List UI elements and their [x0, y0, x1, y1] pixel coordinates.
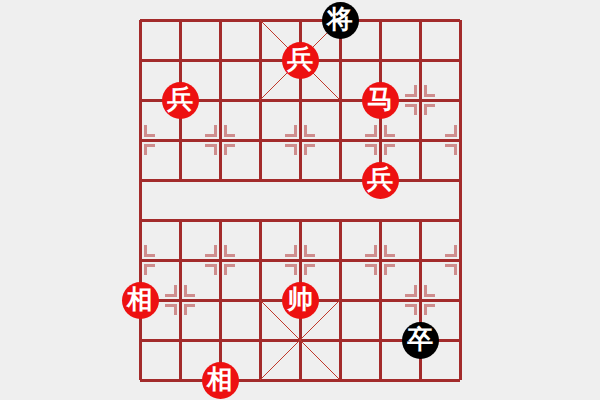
- piece-black-soldier[interactable]: 卒: [400, 320, 440, 360]
- piece-red-horse[interactable]: 马: [360, 80, 400, 120]
- xiangqi-board-screenshot: 将兵兵马兵相帅卒相: [0, 0, 600, 400]
- piece-red-soldier[interactable]: 兵: [160, 80, 200, 120]
- piece-glyph: 卒: [402, 322, 439, 359]
- piece-glyph: 相: [122, 282, 159, 319]
- piece-glyph: 帅: [282, 282, 319, 319]
- piece-red-elephant[interactable]: 相: [120, 280, 160, 320]
- piece-glyph: 兵: [162, 82, 199, 119]
- piece-glyph: 将: [322, 2, 359, 39]
- piece-black-general[interactable]: 将: [320, 0, 360, 40]
- piece-red-elephant[interactable]: 相: [200, 360, 240, 400]
- piece-glyph: 兵: [282, 42, 319, 79]
- piece-red-soldier[interactable]: 兵: [360, 160, 400, 200]
- piece-red-soldier[interactable]: 兵: [280, 40, 320, 80]
- piece-glyph: 马: [362, 82, 399, 119]
- piece-red-general[interactable]: 帅: [280, 280, 320, 320]
- piece-glyph: 相: [202, 362, 239, 399]
- piece-glyph: 兵: [362, 162, 399, 199]
- xiangqi-pieces-layer: 将兵兵马兵相帅卒相: [120, 0, 480, 400]
